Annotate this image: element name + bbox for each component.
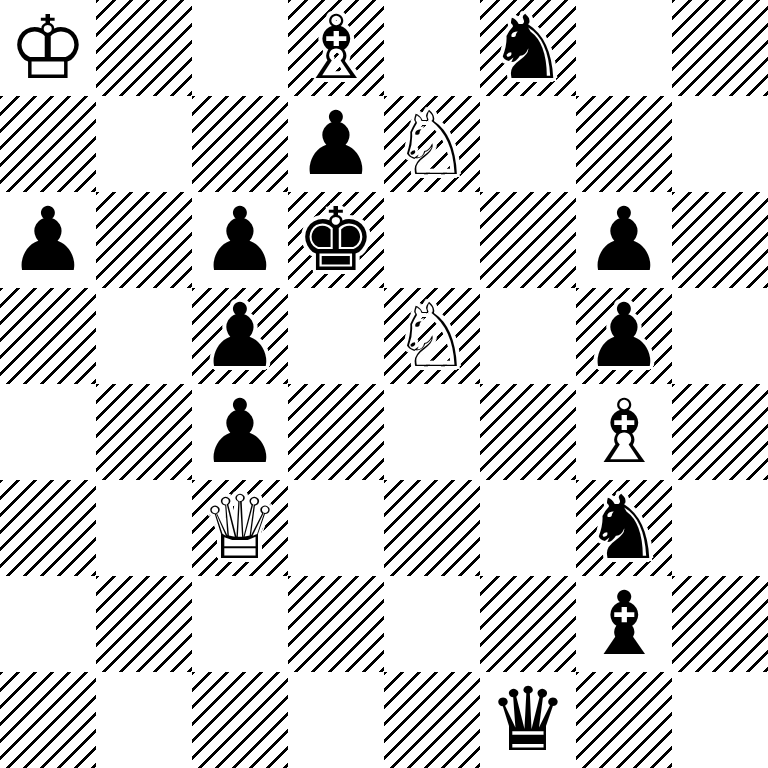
square-g3[interactable]: ♞ xyxy=(576,480,672,576)
square-d8[interactable]: ♗ xyxy=(288,0,384,96)
square-b6[interactable] xyxy=(96,192,192,288)
piece-black-pawn[interactable]: ♟ xyxy=(585,288,664,384)
square-h6[interactable] xyxy=(672,192,768,288)
square-b4[interactable] xyxy=(96,384,192,480)
square-f4[interactable] xyxy=(480,384,576,480)
piece-black-pawn[interactable]: ♟ xyxy=(297,96,376,192)
square-c6[interactable]: ♟ xyxy=(192,192,288,288)
piece-black-pawn[interactable]: ♟ xyxy=(9,192,88,288)
square-g8[interactable] xyxy=(576,0,672,96)
piece-black-pawn[interactable]: ♟ xyxy=(201,192,280,288)
square-c4[interactable]: ♟ xyxy=(192,384,288,480)
square-f6[interactable] xyxy=(480,192,576,288)
piece-white-king[interactable]: ♔ xyxy=(9,0,88,96)
square-c1[interactable] xyxy=(192,672,288,768)
square-a6[interactable]: ♟ xyxy=(0,192,96,288)
square-g7[interactable] xyxy=(576,96,672,192)
square-g5[interactable]: ♟ xyxy=(576,288,672,384)
square-g6[interactable]: ♟ xyxy=(576,192,672,288)
square-b7[interactable] xyxy=(96,96,192,192)
square-g2[interactable]: ♝ xyxy=(576,576,672,672)
piece-white-bishop[interactable]: ♗ xyxy=(297,0,376,96)
square-a4[interactable] xyxy=(0,384,96,480)
square-d6[interactable]: ♚ xyxy=(288,192,384,288)
piece-black-knight[interactable]: ♞ xyxy=(489,0,568,96)
square-e6[interactable] xyxy=(384,192,480,288)
square-g1[interactable] xyxy=(576,672,672,768)
square-h3[interactable] xyxy=(672,480,768,576)
square-d1[interactable] xyxy=(288,672,384,768)
square-h4[interactable] xyxy=(672,384,768,480)
square-b8[interactable] xyxy=(96,0,192,96)
square-f5[interactable] xyxy=(480,288,576,384)
square-a1[interactable] xyxy=(0,672,96,768)
square-c7[interactable] xyxy=(192,96,288,192)
piece-white-knight[interactable]: ♘ xyxy=(393,96,472,192)
square-f2[interactable] xyxy=(480,576,576,672)
piece-black-bishop[interactable]: ♝ xyxy=(585,576,664,672)
piece-black-pawn[interactable]: ♟ xyxy=(201,288,280,384)
square-e4[interactable] xyxy=(384,384,480,480)
square-g4[interactable]: ♗ xyxy=(576,384,672,480)
piece-black-pawn[interactable]: ♟ xyxy=(201,384,280,480)
square-d2[interactable] xyxy=(288,576,384,672)
square-a5[interactable] xyxy=(0,288,96,384)
piece-black-knight[interactable]: ♞ xyxy=(585,480,664,576)
square-d3[interactable] xyxy=(288,480,384,576)
square-e8[interactable] xyxy=(384,0,480,96)
square-h2[interactable] xyxy=(672,576,768,672)
square-c5[interactable]: ♟ xyxy=(192,288,288,384)
square-f7[interactable] xyxy=(480,96,576,192)
piece-white-knight[interactable]: ♘ xyxy=(393,288,472,384)
square-d5[interactable] xyxy=(288,288,384,384)
square-e5[interactable]: ♘ xyxy=(384,288,480,384)
square-h1[interactable] xyxy=(672,672,768,768)
square-h8[interactable] xyxy=(672,0,768,96)
chess-board: ♔♗♞♟♘♟♟♚♟♟♘♟♟♗♕♞♝♛ xyxy=(0,0,768,768)
piece-black-king[interactable]: ♚ xyxy=(297,192,376,288)
square-c8[interactable] xyxy=(192,0,288,96)
square-e1[interactable] xyxy=(384,672,480,768)
square-e7[interactable]: ♘ xyxy=(384,96,480,192)
square-f1[interactable]: ♛ xyxy=(480,672,576,768)
square-d4[interactable] xyxy=(288,384,384,480)
square-a7[interactable] xyxy=(0,96,96,192)
square-f3[interactable] xyxy=(480,480,576,576)
square-c3[interactable]: ♕ xyxy=(192,480,288,576)
square-d7[interactable]: ♟ xyxy=(288,96,384,192)
square-a8[interactable]: ♔ xyxy=(0,0,96,96)
piece-black-queen[interactable]: ♛ xyxy=(489,672,568,768)
square-f8[interactable]: ♞ xyxy=(480,0,576,96)
square-e2[interactable] xyxy=(384,576,480,672)
piece-black-pawn[interactable]: ♟ xyxy=(585,192,664,288)
square-a3[interactable] xyxy=(0,480,96,576)
piece-white-queen[interactable]: ♕ xyxy=(201,480,280,576)
square-b1[interactable] xyxy=(96,672,192,768)
square-c2[interactable] xyxy=(192,576,288,672)
piece-white-bishop[interactable]: ♗ xyxy=(585,384,664,480)
square-b5[interactable] xyxy=(96,288,192,384)
square-h7[interactable] xyxy=(672,96,768,192)
square-e3[interactable] xyxy=(384,480,480,576)
square-h5[interactable] xyxy=(672,288,768,384)
square-b3[interactable] xyxy=(96,480,192,576)
square-b2[interactable] xyxy=(96,576,192,672)
square-a2[interactable] xyxy=(0,576,96,672)
